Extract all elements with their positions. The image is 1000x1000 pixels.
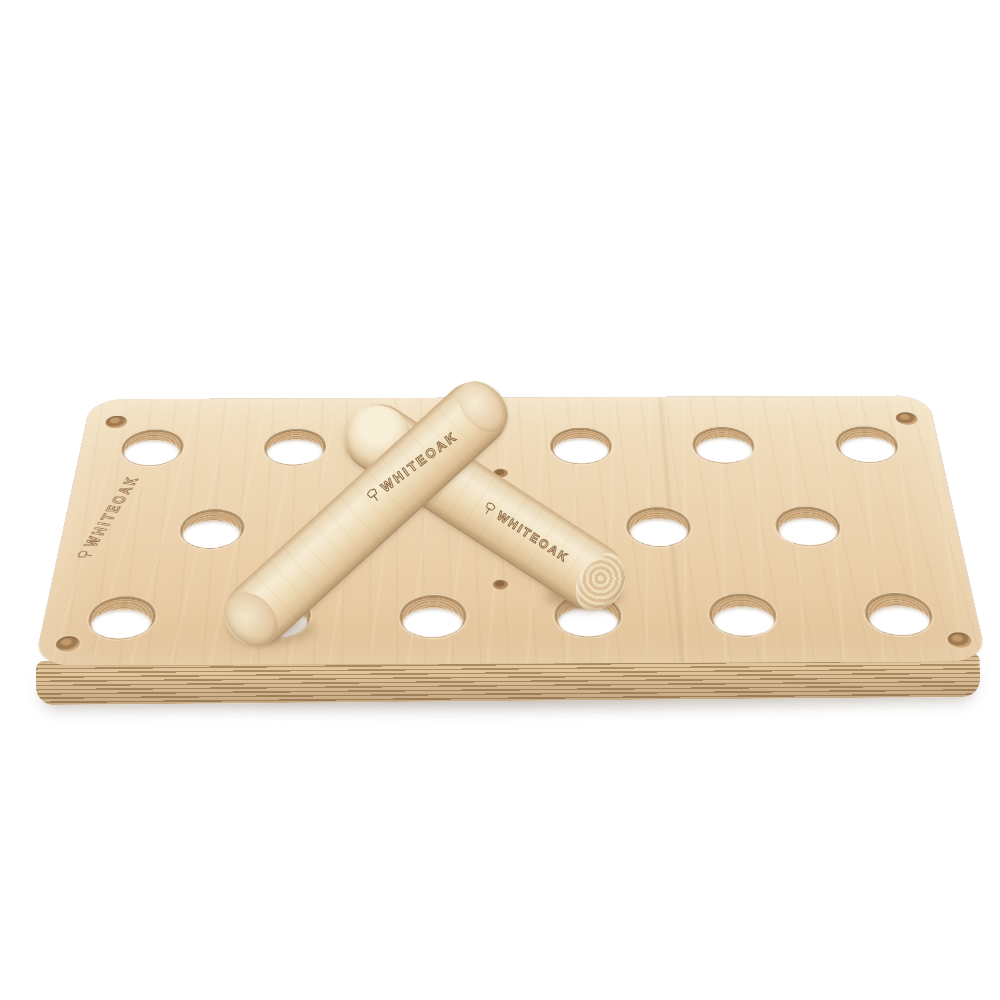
- peg-hole-r1c5[interactable]: [691, 427, 757, 464]
- hole-cell-r3c3: [352, 571, 511, 664]
- peg-hole-r1c2[interactable]: [262, 429, 327, 466]
- hole-cell-r3c5: [662, 570, 828, 663]
- center-pilot-hole-lower: [493, 580, 508, 590]
- peg-hole-r3c3[interactable]: [398, 595, 466, 638]
- oak-leaf-icon: [481, 500, 498, 518]
- peg-hole-r2c5[interactable]: [773, 507, 843, 547]
- oak-leaf-icon: [75, 549, 95, 560]
- hole-cell-r1c5: [649, 406, 801, 485]
- peg-hole-r3c6[interactable]: [861, 593, 936, 636]
- peg-hole-r1c6[interactable]: [833, 426, 901, 463]
- oak-leaf-icon: [364, 486, 383, 505]
- peg-2-brand-text: WHITEOAK: [494, 508, 571, 565]
- hole-cell-r2c5: [728, 484, 890, 570]
- peg-hole-r3c1[interactable]: [85, 596, 160, 639]
- peg-hole-r2c1[interactable]: [177, 509, 247, 549]
- hole-cell-r3c6: [814, 569, 987, 662]
- hole-cell-r3c1: [35, 572, 207, 665]
- hole-cell-r1c4: [509, 407, 655, 486]
- peg-hole-r2c4[interactable]: [625, 507, 692, 547]
- hole-cell-r1c6: [789, 406, 946, 485]
- peg-hole-r1c4[interactable]: [550, 427, 613, 464]
- peg-hole-r3c5[interactable]: [708, 594, 780, 637]
- pegboard-product-photo: WHITEOAK WHITEOAK WHITEOAK: [0, 0, 1000, 1000]
